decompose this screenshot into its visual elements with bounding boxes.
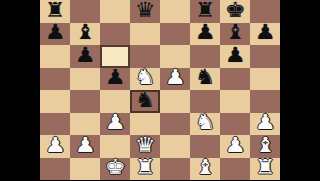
square-f6[interactable] <box>190 45 220 68</box>
video-frame: ♜♛♜♚♟♝♟♝♟♟♟♟♞♟♞♞♟♞♟♟♟♛♟♝♚♜♝♜ <box>0 0 320 180</box>
square-a5[interactable] <box>40 68 70 91</box>
black-knight: ♞ <box>134 90 155 111</box>
white-queen: ♛ <box>134 135 155 156</box>
black-rook: ♜ <box>194 0 215 21</box>
square-d8[interactable]: ♛ <box>130 0 160 23</box>
white-bishop: ♝ <box>254 135 275 156</box>
white-rook: ♜ <box>134 157 155 178</box>
square-b1[interactable] <box>70 158 100 181</box>
square-h6[interactable] <box>250 45 280 68</box>
square-b7[interactable]: ♝ <box>70 23 100 46</box>
square-a6[interactable] <box>40 45 70 68</box>
white-pawn: ♟ <box>104 112 125 133</box>
square-d4[interactable]: ♞ <box>130 90 160 113</box>
square-g8[interactable]: ♚ <box>220 0 250 23</box>
square-e5[interactable]: ♟ <box>160 68 190 91</box>
square-b6[interactable]: ♟ <box>70 45 100 68</box>
square-e1[interactable] <box>160 158 190 181</box>
black-pawn: ♟ <box>44 22 65 43</box>
square-g1[interactable] <box>220 158 250 181</box>
square-h1[interactable]: ♜ <box>250 158 280 181</box>
square-a3[interactable] <box>40 113 70 136</box>
square-c8[interactable] <box>100 0 130 23</box>
black-queen: ♛ <box>134 0 155 21</box>
square-h2[interactable]: ♝ <box>250 135 280 158</box>
square-c2[interactable] <box>100 135 130 158</box>
square-e8[interactable] <box>160 0 190 23</box>
black-pawn: ♟ <box>194 22 215 43</box>
square-e7[interactable] <box>160 23 190 46</box>
square-h8[interactable] <box>250 0 280 23</box>
square-a7[interactable]: ♟ <box>40 23 70 46</box>
square-f5[interactable]: ♞ <box>190 68 220 91</box>
square-g3[interactable] <box>220 113 250 136</box>
square-b2[interactable]: ♟ <box>70 135 100 158</box>
white-king: ♚ <box>104 157 125 178</box>
square-f2[interactable] <box>190 135 220 158</box>
square-b5[interactable] <box>70 68 100 91</box>
square-f3[interactable]: ♞ <box>190 113 220 136</box>
black-bishop: ♝ <box>74 22 95 43</box>
square-e3[interactable] <box>160 113 190 136</box>
square-c3[interactable]: ♟ <box>100 113 130 136</box>
square-d6[interactable] <box>130 45 160 68</box>
square-d7[interactable] <box>130 23 160 46</box>
white-bishop: ♝ <box>194 157 215 178</box>
square-g6[interactable]: ♟ <box>220 45 250 68</box>
square-d1[interactable]: ♜ <box>130 158 160 181</box>
square-b8[interactable] <box>70 0 100 23</box>
black-bishop: ♝ <box>224 22 245 43</box>
square-c1[interactable]: ♚ <box>100 158 130 181</box>
square-c4[interactable] <box>100 90 130 113</box>
white-knight: ♞ <box>194 112 215 133</box>
square-a8[interactable]: ♜ <box>40 0 70 23</box>
black-pawn: ♟ <box>74 45 95 66</box>
letterbox-right <box>280 0 320 180</box>
square-d3[interactable] <box>130 113 160 136</box>
white-pawn: ♟ <box>254 112 275 133</box>
white-knight: ♞ <box>134 67 155 88</box>
square-e2[interactable] <box>160 135 190 158</box>
square-c6[interactable] <box>100 45 130 68</box>
white-pawn: ♟ <box>224 135 245 156</box>
letterbox-left <box>0 0 40 180</box>
square-b4[interactable] <box>70 90 100 113</box>
white-pawn: ♟ <box>44 135 65 156</box>
white-rook: ♜ <box>254 157 275 178</box>
square-e4[interactable] <box>160 90 190 113</box>
white-pawn: ♟ <box>74 135 95 156</box>
square-d2[interactable]: ♛ <box>130 135 160 158</box>
square-g5[interactable] <box>220 68 250 91</box>
chess-board: ♜♛♜♚♟♝♟♝♟♟♟♟♞♟♞♞♟♞♟♟♟♛♟♝♚♜♝♜ <box>40 0 280 180</box>
black-rook: ♜ <box>44 0 65 21</box>
square-h5[interactable] <box>250 68 280 91</box>
square-h3[interactable]: ♟ <box>250 113 280 136</box>
square-f1[interactable]: ♝ <box>190 158 220 181</box>
black-pawn: ♟ <box>104 67 125 88</box>
square-g2[interactable]: ♟ <box>220 135 250 158</box>
square-e6[interactable] <box>160 45 190 68</box>
square-f8[interactable]: ♜ <box>190 0 220 23</box>
black-pawn: ♟ <box>254 22 275 43</box>
square-d5[interactable]: ♞ <box>130 68 160 91</box>
square-c5[interactable]: ♟ <box>100 68 130 91</box>
square-c7[interactable] <box>100 23 130 46</box>
square-a4[interactable] <box>40 90 70 113</box>
square-h7[interactable]: ♟ <box>250 23 280 46</box>
black-pawn: ♟ <box>224 45 245 66</box>
black-king: ♚ <box>224 0 245 21</box>
square-a2[interactable]: ♟ <box>40 135 70 158</box>
square-h4[interactable] <box>250 90 280 113</box>
square-b3[interactable] <box>70 113 100 136</box>
square-a1[interactable] <box>40 158 70 181</box>
white-pawn: ♟ <box>164 67 185 88</box>
square-g4[interactable] <box>220 90 250 113</box>
square-f7[interactable]: ♟ <box>190 23 220 46</box>
square-g7[interactable]: ♝ <box>220 23 250 46</box>
square-f4[interactable] <box>190 90 220 113</box>
black-knight: ♞ <box>194 67 215 88</box>
